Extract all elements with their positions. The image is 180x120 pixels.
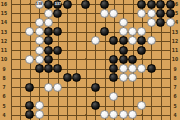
white-stone xyxy=(100,110,109,119)
black-stone xyxy=(63,73,72,82)
white-stone xyxy=(100,9,109,18)
white-stone xyxy=(128,110,137,119)
black-stone xyxy=(100,0,109,9)
black-stone xyxy=(53,46,62,55)
black-stone xyxy=(44,55,53,64)
row-label-left-9: 9 xyxy=(0,67,8,71)
row-label-right-11: 11 xyxy=(171,48,179,52)
row-label-left-7: 7 xyxy=(0,85,8,89)
black-stone xyxy=(137,0,146,9)
black-stone xyxy=(147,64,156,73)
black-stone xyxy=(91,83,100,92)
white-stone xyxy=(44,18,53,27)
black-stone xyxy=(137,36,146,45)
row-label-left-13: 13 xyxy=(0,30,8,34)
row-label-left-5: 5 xyxy=(0,104,8,108)
white-stone xyxy=(44,83,53,92)
black-stone xyxy=(156,18,165,27)
row-label-right-6: 6 xyxy=(171,94,179,98)
row-label-right-5: 5 xyxy=(171,104,179,108)
white-stone xyxy=(35,46,44,55)
row-label-left-15: 15 xyxy=(0,11,8,15)
white-stone xyxy=(35,55,44,64)
black-stone xyxy=(137,46,146,55)
black-stone xyxy=(72,73,81,82)
white-stone xyxy=(128,36,137,45)
white-stone xyxy=(35,110,44,119)
white-stone xyxy=(137,64,146,73)
black-stone xyxy=(109,64,118,73)
row-label-left-16: 16 xyxy=(0,2,8,6)
white-stone xyxy=(147,36,156,45)
row-label-right-7: 7 xyxy=(171,85,179,89)
white-stone xyxy=(35,27,44,36)
move-number-137: 137 xyxy=(54,2,61,6)
row-label-left-8: 8 xyxy=(0,76,8,80)
grid-hline xyxy=(11,78,171,79)
black-stone xyxy=(44,36,53,45)
black-stone xyxy=(166,0,175,9)
black-stone xyxy=(44,0,53,9)
white-stone xyxy=(35,101,44,110)
white-stone xyxy=(137,101,146,110)
black-stone xyxy=(44,46,53,55)
white-stone xyxy=(128,64,137,73)
black-stone xyxy=(25,101,34,110)
black-stone xyxy=(53,64,62,73)
white-stone xyxy=(44,9,53,18)
white-stone xyxy=(109,110,118,119)
white-stone xyxy=(119,27,128,36)
white-stone xyxy=(109,9,118,18)
white-stone xyxy=(35,18,44,27)
black-stone xyxy=(119,36,128,45)
black-stone xyxy=(53,27,62,36)
grid-hline xyxy=(11,96,171,97)
black-stone xyxy=(119,55,128,64)
row-label-left-6: 6 xyxy=(0,94,8,98)
black-stone xyxy=(109,55,118,64)
white-stone xyxy=(25,27,34,36)
white-stone xyxy=(128,27,137,36)
row-label-left-10: 10 xyxy=(0,57,8,61)
row-label-left-12: 12 xyxy=(0,39,8,43)
white-stone xyxy=(147,18,156,27)
black-stone xyxy=(156,9,165,18)
black-stone xyxy=(25,110,34,119)
row-label-right-4: 4 xyxy=(171,113,179,117)
black-stone xyxy=(53,9,62,18)
black-stone xyxy=(147,0,156,9)
white-stone xyxy=(119,73,128,82)
black-stone xyxy=(44,64,53,73)
star-point xyxy=(85,114,87,116)
white-stone xyxy=(119,110,128,119)
black-stone xyxy=(100,27,109,36)
row-label-left-14: 14 xyxy=(0,20,8,24)
white-stone xyxy=(147,9,156,18)
white-stone xyxy=(119,18,128,27)
go-board-screenshot: 1616151514141313121211111010998877665544… xyxy=(0,0,180,120)
black-stone xyxy=(35,64,44,73)
white-stone xyxy=(166,18,175,27)
black-stone xyxy=(63,0,72,9)
row-label-left-4: 4 xyxy=(0,113,8,117)
white-stone xyxy=(53,83,62,92)
white-stone xyxy=(109,92,118,101)
black-stone xyxy=(109,36,118,45)
row-label-right-13: 13 xyxy=(171,30,179,34)
go-board[interactable]: 1616151514141313121211111010998877665544… xyxy=(0,0,180,120)
row-label-left-11: 11 xyxy=(0,48,8,52)
black-stone xyxy=(128,55,137,64)
black-stone xyxy=(109,73,118,82)
white-stone xyxy=(91,36,100,45)
white-stone xyxy=(137,27,146,36)
black-stone xyxy=(166,9,175,18)
row-label-right-8: 8 xyxy=(171,76,179,80)
star-point xyxy=(141,114,143,116)
row-label-right-10: 10 xyxy=(171,57,179,61)
black-stone xyxy=(44,27,53,36)
white-stone xyxy=(35,36,44,45)
white-stone xyxy=(25,55,34,64)
row-label-right-9: 9 xyxy=(171,67,179,71)
black-stone xyxy=(25,83,34,92)
move-number-138: 138 xyxy=(35,2,42,6)
black-stone xyxy=(81,0,90,9)
black-stone xyxy=(156,0,165,9)
white-stone xyxy=(137,9,146,18)
black-stone xyxy=(91,101,100,110)
black-stone xyxy=(119,46,128,55)
white-stone xyxy=(119,64,128,73)
star-point xyxy=(29,3,31,5)
white-stone xyxy=(128,73,137,82)
row-label-right-12: 12 xyxy=(171,39,179,43)
